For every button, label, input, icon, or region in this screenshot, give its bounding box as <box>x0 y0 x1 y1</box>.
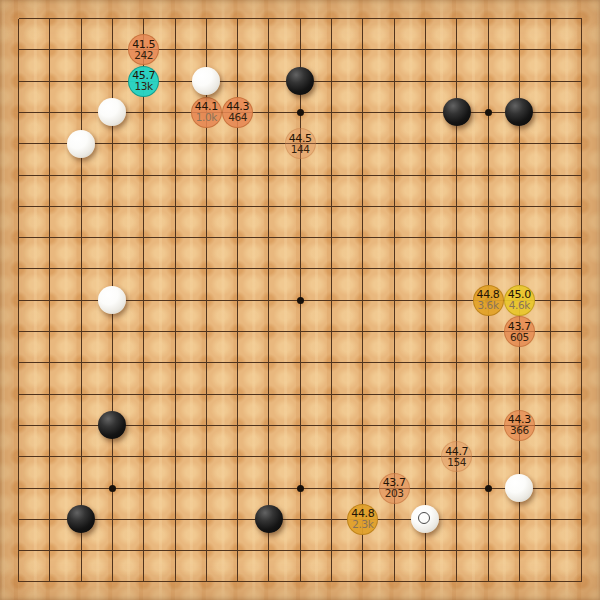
move-suggestion[interactable]: 44.3464 <box>222 97 253 128</box>
visits-label: 203 <box>385 488 404 498</box>
grid-line-vertical <box>362 19 363 582</box>
grid-line-horizontal <box>19 362 582 363</box>
star-point <box>297 485 304 492</box>
grid-line-vertical <box>550 19 551 582</box>
stone-black <box>443 98 471 126</box>
grid-line-horizontal <box>19 550 582 551</box>
star-point <box>485 485 492 492</box>
stone-white <box>411 505 439 533</box>
visits-label: 366 <box>510 425 529 435</box>
move-suggestion[interactable]: 44.83.6k <box>473 285 504 316</box>
stone-black <box>67 505 95 533</box>
move-suggestion[interactable]: 41.5242 <box>128 34 159 65</box>
grid-line-horizontal <box>19 394 582 395</box>
stone-white <box>67 130 95 158</box>
stone-black <box>255 505 283 533</box>
star-point <box>109 485 116 492</box>
grid-line-horizontal <box>19 581 582 582</box>
stone-black <box>286 67 314 95</box>
visits-label: 2.3k <box>352 519 373 529</box>
move-suggestion[interactable]: 44.7154 <box>441 441 472 472</box>
move-suggestion[interactable]: 43.7203 <box>379 473 410 504</box>
move-suggestion[interactable]: 43.7605 <box>504 316 535 347</box>
star-point <box>297 109 304 116</box>
visits-label: 154 <box>447 457 466 467</box>
stone-black <box>98 411 126 439</box>
stone-black <box>505 98 533 126</box>
grid-line-horizontal <box>19 519 582 520</box>
grid-line-horizontal <box>19 331 582 332</box>
move-suggestion[interactable]: 44.3366 <box>504 410 535 441</box>
move-suggestion[interactable]: 44.11.0k <box>191 97 222 128</box>
grid-line-vertical <box>581 19 582 582</box>
move-suggestion[interactable]: 44.82.3k <box>347 504 378 535</box>
visits-label: 605 <box>510 332 529 342</box>
best-move-suggestion[interactable]: 45.713k <box>128 66 159 97</box>
visits-label: 1.0k <box>196 112 217 122</box>
stone-white <box>505 474 533 502</box>
move-suggestion[interactable]: 45.04.6k <box>504 285 535 316</box>
star-point <box>297 297 304 304</box>
visits-label: 4.6k <box>509 300 530 310</box>
last-move-marker <box>418 512 430 524</box>
stone-white <box>98 98 126 126</box>
go-board[interactable]: 41.524245.713k44.11.0k44.346444.514444.8… <box>0 0 600 600</box>
grid-line-horizontal <box>19 456 582 457</box>
visits-label: 464 <box>228 112 247 122</box>
visits-label: 13k <box>135 81 153 91</box>
winrate-label: 43.7 <box>508 322 531 332</box>
star-point <box>485 109 492 116</box>
visits-label: 144 <box>291 144 310 154</box>
stone-white <box>192 67 220 95</box>
grid-line-vertical <box>425 19 426 582</box>
stone-white <box>98 286 126 314</box>
visits-label: 3.6k <box>477 300 498 310</box>
visits-label: 242 <box>134 50 153 60</box>
move-suggestion[interactable]: 44.5144 <box>285 128 316 159</box>
grid-line-vertical <box>331 19 332 582</box>
